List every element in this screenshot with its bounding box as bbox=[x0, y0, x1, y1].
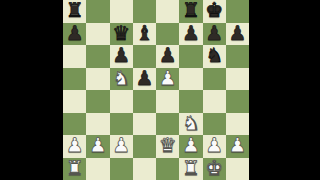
square-e6[interactable]: ♟ bbox=[156, 45, 179, 68]
square-d8[interactable] bbox=[133, 0, 156, 23]
square-a2[interactable]: ♟ bbox=[63, 135, 86, 158]
square-g2[interactable]: ♟ bbox=[203, 135, 226, 158]
piece-black-knight-g6[interactable]: ♞ bbox=[205, 45, 223, 65]
piece-black-pawn-e6[interactable]: ♟ bbox=[159, 45, 177, 65]
square-b2[interactable]: ♟ bbox=[86, 135, 109, 158]
piece-black-king-g8[interactable]: ♚ bbox=[205, 0, 223, 20]
piece-white-knight-f3[interactable]: ♞ bbox=[182, 113, 200, 133]
square-c5[interactable]: ♞ bbox=[110, 68, 133, 91]
piece-black-queen-c7[interactable]: ♛ bbox=[112, 23, 130, 43]
square-e2[interactable]: ♛ bbox=[156, 135, 179, 158]
square-h4[interactable] bbox=[226, 90, 249, 113]
square-f7[interactable]: ♟ bbox=[179, 23, 202, 46]
square-f4[interactable] bbox=[179, 90, 202, 113]
square-e1[interactable] bbox=[156, 158, 179, 181]
square-e8[interactable] bbox=[156, 0, 179, 23]
piece-white-pawn-a2[interactable]: ♟ bbox=[66, 135, 84, 155]
piece-white-rook-f1[interactable]: ♜ bbox=[182, 158, 200, 178]
piece-white-pawn-c2[interactable]: ♟ bbox=[112, 135, 130, 155]
square-c7[interactable]: ♛ bbox=[110, 23, 133, 46]
square-h8[interactable] bbox=[226, 0, 249, 23]
piece-black-pawn-a7[interactable]: ♟ bbox=[66, 23, 84, 43]
piece-white-pawn-f2[interactable]: ♟ bbox=[182, 135, 200, 155]
square-h3[interactable] bbox=[226, 113, 249, 136]
square-g1[interactable]: ♚ bbox=[203, 158, 226, 181]
square-b7[interactable] bbox=[86, 23, 109, 46]
piece-white-rook-a1[interactable]: ♜ bbox=[66, 158, 84, 178]
square-a8[interactable]: ♜ bbox=[63, 0, 86, 23]
piece-black-pawn-h7[interactable]: ♟ bbox=[228, 23, 246, 43]
square-e5[interactable]: ♟ bbox=[156, 68, 179, 91]
square-a7[interactable]: ♟ bbox=[63, 23, 86, 46]
piece-black-rook-f8[interactable]: ♜ bbox=[182, 0, 200, 20]
square-b3[interactable] bbox=[86, 113, 109, 136]
square-g3[interactable] bbox=[203, 113, 226, 136]
square-d5[interactable]: ♟ bbox=[133, 68, 156, 91]
square-a5[interactable] bbox=[63, 68, 86, 91]
square-d4[interactable] bbox=[133, 90, 156, 113]
square-f6[interactable] bbox=[179, 45, 202, 68]
square-g4[interactable] bbox=[203, 90, 226, 113]
square-c3[interactable] bbox=[110, 113, 133, 136]
square-h1[interactable] bbox=[226, 158, 249, 181]
square-c8[interactable] bbox=[110, 0, 133, 23]
square-c4[interactable] bbox=[110, 90, 133, 113]
screenshot-stage: ♜♜♚♟♛♝♟♟♟♟♟♞♞♟♟♞♟♟♟♛♟♟♟♜♜♚ bbox=[0, 0, 320, 180]
square-d7[interactable]: ♝ bbox=[133, 23, 156, 46]
square-c6[interactable]: ♟ bbox=[110, 45, 133, 68]
square-h2[interactable]: ♟ bbox=[226, 135, 249, 158]
piece-black-pawn-f7[interactable]: ♟ bbox=[182, 23, 200, 43]
piece-black-pawn-g7[interactable]: ♟ bbox=[205, 23, 223, 43]
piece-white-queen-e2[interactable]: ♛ bbox=[159, 135, 177, 155]
square-e7[interactable] bbox=[156, 23, 179, 46]
square-g5[interactable] bbox=[203, 68, 226, 91]
square-f1[interactable]: ♜ bbox=[179, 158, 202, 181]
square-e4[interactable] bbox=[156, 90, 179, 113]
square-b4[interactable] bbox=[86, 90, 109, 113]
square-f3[interactable]: ♞ bbox=[179, 113, 202, 136]
square-h6[interactable] bbox=[226, 45, 249, 68]
square-b5[interactable] bbox=[86, 68, 109, 91]
square-a6[interactable] bbox=[63, 45, 86, 68]
piece-white-king-g1[interactable]: ♚ bbox=[205, 158, 223, 178]
square-c1[interactable] bbox=[110, 158, 133, 181]
square-f2[interactable]: ♟ bbox=[179, 135, 202, 158]
square-a3[interactable] bbox=[63, 113, 86, 136]
square-b6[interactable] bbox=[86, 45, 109, 68]
piece-white-pawn-b2[interactable]: ♟ bbox=[89, 135, 107, 155]
square-b1[interactable] bbox=[86, 158, 109, 181]
piece-black-pawn-d5[interactable]: ♟ bbox=[135, 68, 153, 88]
square-c2[interactable]: ♟ bbox=[110, 135, 133, 158]
piece-black-bishop-d7[interactable]: ♝ bbox=[135, 23, 153, 43]
chess-board: ♜♜♚♟♛♝♟♟♟♟♟♞♞♟♟♞♟♟♟♛♟♟♟♜♜♚ bbox=[63, 0, 249, 180]
square-b8[interactable] bbox=[86, 0, 109, 23]
square-d2[interactable] bbox=[133, 135, 156, 158]
square-g7[interactable]: ♟ bbox=[203, 23, 226, 46]
square-h5[interactable] bbox=[226, 68, 249, 91]
square-h7[interactable]: ♟ bbox=[226, 23, 249, 46]
piece-white-pawn-e5[interactable]: ♟ bbox=[159, 68, 177, 88]
piece-black-rook-a8[interactable]: ♜ bbox=[66, 0, 84, 20]
square-a1[interactable]: ♜ bbox=[63, 158, 86, 181]
square-g8[interactable]: ♚ bbox=[203, 0, 226, 23]
piece-white-pawn-h2[interactable]: ♟ bbox=[228, 135, 246, 155]
square-f8[interactable]: ♜ bbox=[179, 0, 202, 23]
square-d6[interactable] bbox=[133, 45, 156, 68]
square-f5[interactable] bbox=[179, 68, 202, 91]
square-d3[interactable] bbox=[133, 113, 156, 136]
piece-white-knight-c5[interactable]: ♞ bbox=[112, 68, 130, 88]
piece-black-pawn-c6[interactable]: ♟ bbox=[112, 45, 130, 65]
square-e3[interactable] bbox=[156, 113, 179, 136]
square-d1[interactable] bbox=[133, 158, 156, 181]
square-a4[interactable] bbox=[63, 90, 86, 113]
square-g6[interactable]: ♞ bbox=[203, 45, 226, 68]
piece-white-pawn-g2[interactable]: ♟ bbox=[205, 135, 223, 155]
